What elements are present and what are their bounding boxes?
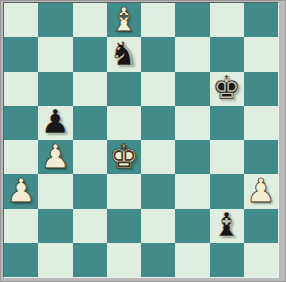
square-h8[interactable] [244, 3, 278, 37]
square-h4[interactable] [244, 140, 278, 174]
square-b1[interactable] [38, 243, 72, 277]
square-f4[interactable] [175, 140, 209, 174]
white-pawn-h3[interactable]: ♟ [246, 174, 276, 207]
square-d1[interactable] [107, 243, 141, 277]
square-f6[interactable] [175, 72, 209, 106]
square-a1[interactable] [4, 243, 38, 277]
square-d7[interactable]: ♞ [107, 37, 141, 71]
white-king-d4[interactable]: ♚ [109, 140, 139, 173]
square-c6[interactable] [73, 72, 107, 106]
square-e6[interactable] [141, 72, 175, 106]
square-e1[interactable] [141, 243, 175, 277]
square-e8[interactable] [141, 3, 175, 37]
black-pawn-b5[interactable]: ♟ [41, 106, 71, 139]
square-h3[interactable]: ♟ [244, 174, 278, 208]
square-g5[interactable] [210, 106, 244, 140]
white-pawn-a3[interactable]: ♟ [6, 174, 36, 207]
square-h6[interactable] [244, 72, 278, 106]
square-b7[interactable] [38, 37, 72, 71]
square-g8[interactable] [210, 3, 244, 37]
square-b3[interactable] [38, 174, 72, 208]
square-e7[interactable] [141, 37, 175, 71]
white-bishop-d8[interactable]: ♝ [109, 3, 139, 36]
square-a8[interactable] [4, 3, 38, 37]
square-a6[interactable] [4, 72, 38, 106]
square-c7[interactable] [73, 37, 107, 71]
square-f1[interactable] [175, 243, 209, 277]
square-a2[interactable] [4, 209, 38, 243]
square-h7[interactable] [244, 37, 278, 71]
square-b8[interactable] [38, 3, 72, 37]
square-d5[interactable] [107, 106, 141, 140]
square-c2[interactable] [73, 209, 107, 243]
square-b4[interactable]: ♟ [38, 140, 72, 174]
square-d3[interactable] [107, 174, 141, 208]
square-e5[interactable] [141, 106, 175, 140]
chess-board: ♝♞♚♟♟♚♟♟♝ [3, 2, 279, 278]
square-g7[interactable] [210, 37, 244, 71]
square-f8[interactable] [175, 3, 209, 37]
square-g1[interactable] [210, 243, 244, 277]
square-d4[interactable]: ♚ [107, 140, 141, 174]
square-c5[interactable] [73, 106, 107, 140]
black-bishop-g2[interactable]: ♝ [212, 209, 242, 242]
square-h2[interactable] [244, 209, 278, 243]
square-c4[interactable] [73, 140, 107, 174]
square-f7[interactable] [175, 37, 209, 71]
square-c8[interactable] [73, 3, 107, 37]
square-f2[interactable] [175, 209, 209, 243]
square-g6[interactable]: ♚ [210, 72, 244, 106]
square-a3[interactable]: ♟ [4, 174, 38, 208]
square-a4[interactable] [4, 140, 38, 174]
square-c3[interactable] [73, 174, 107, 208]
square-e4[interactable] [141, 140, 175, 174]
white-pawn-b4[interactable]: ♟ [41, 140, 71, 173]
square-b5[interactable]: ♟ [38, 106, 72, 140]
square-e3[interactable] [141, 174, 175, 208]
square-g2[interactable]: ♝ [210, 209, 244, 243]
square-b2[interactable] [38, 209, 72, 243]
square-g3[interactable] [210, 174, 244, 208]
square-f3[interactable] [175, 174, 209, 208]
square-a5[interactable] [4, 106, 38, 140]
square-h5[interactable] [244, 106, 278, 140]
square-b6[interactable] [38, 72, 72, 106]
square-a7[interactable] [4, 37, 38, 71]
square-d2[interactable] [107, 209, 141, 243]
black-king-g6[interactable]: ♚ [212, 72, 242, 105]
square-h1[interactable] [244, 243, 278, 277]
square-e2[interactable] [141, 209, 175, 243]
black-knight-d7[interactable]: ♞ [109, 37, 139, 70]
square-d6[interactable] [107, 72, 141, 106]
square-c1[interactable] [73, 243, 107, 277]
square-f5[interactable] [175, 106, 209, 140]
square-d8[interactable]: ♝ [107, 3, 141, 37]
square-g4[interactable] [210, 140, 244, 174]
chess-board-frame: ♝♞♚♟♟♚♟♟♝ [0, 0, 286, 282]
